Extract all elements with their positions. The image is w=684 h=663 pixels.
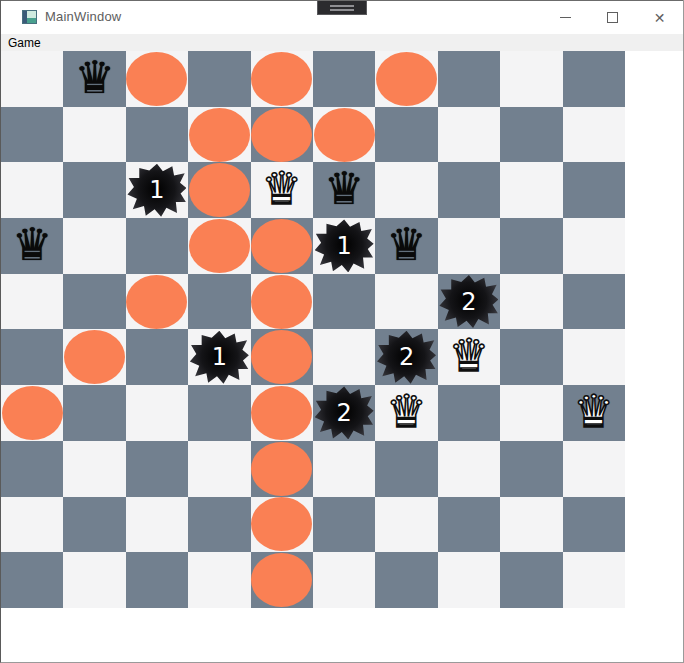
square-9-8[interactable] [500,552,562,608]
square-7-0[interactable] [1,441,63,497]
menu-bar: Game [1,34,683,51]
square-8-5[interactable] [313,497,375,553]
square-8-7[interactable] [438,497,500,553]
square-4-7[interactable]: 2 [438,274,500,330]
blast-marker: 1 [315,219,374,272]
orange-disc [251,219,312,273]
square-4-9[interactable] [563,274,625,330]
square-8-6[interactable] [375,497,437,553]
orange-disc [251,553,312,607]
white-queen: ♛ [386,389,426,434]
blast-marker: 2 [315,386,374,439]
orange-disc [314,108,375,162]
square-2-0[interactable] [1,162,63,218]
black-queen: ♛ [324,166,364,211]
square-1-5[interactable] [313,107,375,163]
square-5-9[interactable] [563,329,625,385]
square-4-3[interactable] [188,274,250,330]
square-5-1[interactable] [63,329,125,385]
square-5-0[interactable] [1,329,63,385]
orange-disc [251,497,312,551]
square-0-6[interactable] [375,51,437,107]
square-7-5[interactable] [313,441,375,497]
blast-marker: 1 [190,331,249,384]
window-title: MainWindow [45,9,121,24]
square-3-0[interactable]: ♛ [1,218,63,274]
square-3-1[interactable] [63,218,125,274]
square-5-5[interactable] [313,329,375,385]
square-3-7[interactable] [438,218,500,274]
square-7-4[interactable] [251,441,313,497]
handle-line-icon [330,9,354,11]
square-1-4[interactable] [251,107,313,163]
square-6-6[interactable]: ♛ [375,385,437,441]
blast-number: 1 [212,343,227,371]
square-5-7[interactable]: ♛ [438,329,500,385]
square-1-2[interactable] [126,107,188,163]
square-4-5[interactable] [313,274,375,330]
square-1-8[interactable] [500,107,562,163]
orange-disc [126,275,187,329]
square-7-2[interactable] [126,441,188,497]
black-queen: ♛ [386,222,426,267]
menu-item-game[interactable]: Game [1,36,48,50]
square-6-4[interactable] [251,385,313,441]
square-0-5[interactable] [313,51,375,107]
square-1-6[interactable] [375,107,437,163]
tablet-drag-handle[interactable] [317,1,367,15]
square-8-0[interactable] [1,497,63,553]
square-3-2[interactable] [126,218,188,274]
square-6-2[interactable] [126,385,188,441]
square-6-7[interactable] [438,385,500,441]
square-7-8[interactable] [500,441,562,497]
square-8-4[interactable] [251,497,313,553]
game-client-area: ♛1♛♛♛1♛212♛2♛♛ [1,51,683,663]
square-6-1[interactable] [63,385,125,441]
square-9-2[interactable] [126,552,188,608]
square-8-9[interactable] [563,497,625,553]
square-5-6[interactable]: 2 [375,329,437,385]
square-7-7[interactable] [438,441,500,497]
square-0-3[interactable] [188,51,250,107]
square-9-9[interactable] [563,552,625,608]
square-4-1[interactable] [63,274,125,330]
square-0-4[interactable] [251,51,313,107]
blast-marker: 1 [127,164,186,217]
handle-line-icon [330,5,354,7]
square-0-7[interactable] [438,51,500,107]
square-2-8[interactable] [500,162,562,218]
window-controls: ✕ [542,1,683,34]
square-4-6[interactable] [375,274,437,330]
white-queen: ♛ [449,333,489,378]
orange-disc [251,108,312,162]
square-2-4[interactable]: ♛ [251,162,313,218]
orange-disc [189,219,250,273]
square-2-2[interactable]: 1 [126,162,188,218]
white-queen: ♛ [262,166,302,211]
square-1-9[interactable] [563,107,625,163]
square-5-8[interactable] [500,329,562,385]
square-1-0[interactable] [1,107,63,163]
square-3-5[interactable]: 1 [313,218,375,274]
square-8-3[interactable] [188,497,250,553]
square-9-6[interactable] [375,552,437,608]
square-3-9[interactable] [563,218,625,274]
close-icon: ✕ [654,11,666,25]
main-window: MainWindow ✕ Game ♛1♛♛♛1♛212♛2♛♛ [0,0,684,663]
square-2-7[interactable] [438,162,500,218]
square-3-3[interactable] [188,218,250,274]
square-0-0[interactable] [1,51,63,107]
square-6-3[interactable] [188,385,250,441]
blast-number: 1 [149,176,164,204]
minimize-button[interactable] [542,1,589,34]
square-7-9[interactable] [563,441,625,497]
square-9-4[interactable] [251,552,313,608]
board: ♛1♛♛♛1♛212♛2♛♛ [1,51,625,608]
orange-disc [251,275,312,329]
square-2-1[interactable] [63,162,125,218]
square-8-1[interactable] [63,497,125,553]
square-8-8[interactable] [500,497,562,553]
square-7-3[interactable] [188,441,250,497]
square-0-2[interactable] [126,51,188,107]
square-4-0[interactable] [1,274,63,330]
orange-disc [2,386,63,440]
title-bar[interactable]: MainWindow ✕ [1,0,683,34]
square-0-9[interactable] [563,51,625,107]
blast-number: 2 [461,288,476,316]
square-7-1[interactable] [63,441,125,497]
orange-disc [251,330,312,384]
square-2-6[interactable] [375,162,437,218]
blast-marker: 2 [377,331,436,384]
blast-number: 2 [337,399,352,427]
square-9-1[interactable] [63,552,125,608]
square-9-0[interactable] [1,552,63,608]
square-4-8[interactable] [500,274,562,330]
maximize-icon [607,12,618,23]
square-9-5[interactable] [313,552,375,608]
blast-number: 1 [337,232,352,260]
app-icon [22,10,37,24]
square-2-5[interactable]: ♛ [313,162,375,218]
orange-disc [126,52,187,106]
square-9-7[interactable] [438,552,500,608]
orange-disc [251,442,312,496]
square-6-0[interactable] [1,385,63,441]
square-5-3[interactable]: 1 [188,329,250,385]
square-6-8[interactable] [500,385,562,441]
square-8-2[interactable] [126,497,188,553]
square-0-8[interactable] [500,51,562,107]
blast-marker: 2 [439,275,498,328]
square-6-5[interactable]: 2 [313,385,375,441]
orange-disc [189,163,250,217]
black-queen: ♛ [12,222,52,267]
square-3-6[interactable]: ♛ [375,218,437,274]
blast-number: 2 [399,343,414,371]
minimize-icon [560,17,571,18]
orange-disc [251,52,312,106]
close-button[interactable]: ✕ [636,1,683,34]
square-1-3[interactable] [188,107,250,163]
square-3-4[interactable] [251,218,313,274]
square-5-4[interactable] [251,329,313,385]
square-2-9[interactable] [563,162,625,218]
orange-disc [376,52,437,106]
square-7-6[interactable] [375,441,437,497]
black-queen: ♛ [74,55,114,100]
square-1-1[interactable] [63,107,125,163]
orange-disc [64,330,125,384]
maximize-button[interactable] [589,1,636,34]
square-3-8[interactable] [500,218,562,274]
square-5-2[interactable] [126,329,188,385]
square-0-1[interactable]: ♛ [63,51,125,107]
square-2-3[interactable] [188,162,250,218]
square-4-4[interactable] [251,274,313,330]
orange-disc [189,108,250,162]
square-1-7[interactable] [438,107,500,163]
square-6-9[interactable]: ♛ [563,385,625,441]
orange-disc [251,386,312,440]
white-queen: ♛ [574,389,614,434]
square-4-2[interactable] [126,274,188,330]
square-9-3[interactable] [188,552,250,608]
